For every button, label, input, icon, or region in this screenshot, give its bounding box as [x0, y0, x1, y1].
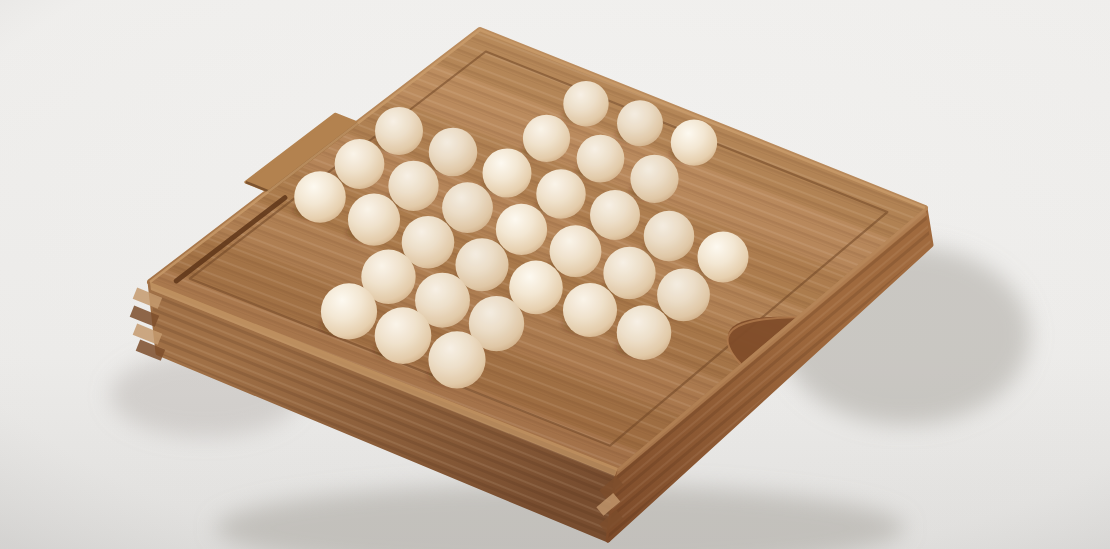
photo-stage — [0, 0, 1110, 549]
